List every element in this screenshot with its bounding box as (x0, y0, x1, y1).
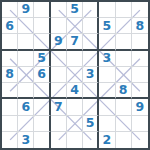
cell-r1c7[interactable] (99, 2, 115, 18)
cell-r8c3[interactable] (34, 116, 50, 132)
cell-r3c3[interactable] (34, 34, 50, 50)
cell-r8c1[interactable] (2, 116, 18, 132)
cell-r4c4[interactable] (51, 51, 67, 67)
cell-r7c9[interactable]: 9 (132, 99, 148, 115)
cell-r5c9[interactable] (132, 67, 148, 83)
cell-r1c9[interactable] (132, 2, 148, 18)
cell-r8c7[interactable] (99, 116, 115, 132)
cell-r2c6[interactable] (83, 18, 99, 34)
cell-r9c9[interactable] (132, 132, 148, 148)
cell-r2c8[interactable] (116, 18, 132, 34)
cell-r1c8[interactable] (116, 2, 132, 18)
cell-r2c4[interactable] (51, 18, 67, 34)
cell-r5c8[interactable] (116, 67, 132, 83)
cell-r6c6[interactable] (83, 83, 99, 99)
cell-r3c8[interactable] (116, 34, 132, 50)
cell-r5c7[interactable] (99, 67, 115, 83)
cell-r7c8[interactable] (116, 99, 132, 115)
cell-r7c3[interactable] (34, 99, 50, 115)
cell-r6c4[interactable] (51, 83, 67, 99)
cell-r9c6[interactable] (83, 132, 99, 148)
cell-r4c7[interactable]: 3 (99, 51, 115, 67)
cell-r1c6[interactable] (83, 2, 99, 18)
cell-r8c5[interactable] (67, 116, 83, 132)
cell-r1c1[interactable] (2, 2, 18, 18)
cell-r3c1[interactable] (2, 34, 18, 50)
cell-r9c5[interactable] (67, 132, 83, 148)
cell-r2c3[interactable] (34, 18, 50, 34)
cell-r7c7[interactable] (99, 99, 115, 115)
cell-r8c2[interactable] (18, 116, 34, 132)
cell-r4c1[interactable] (2, 51, 18, 67)
cell-r5c4[interactable] (51, 67, 67, 83)
cell-r5c1[interactable]: 8 (2, 67, 18, 83)
sudoku-board: 95658975386348679532 (0, 0, 150, 150)
cell-r9c1[interactable] (2, 132, 18, 148)
cell-r6c1[interactable] (2, 83, 18, 99)
cell-r3c6[interactable] (83, 34, 99, 50)
cell-r5c5[interactable] (67, 67, 83, 83)
cell-r7c6[interactable] (83, 99, 99, 115)
cell-r2c9[interactable]: 8 (132, 18, 148, 34)
cell-r4c2[interactable] (18, 51, 34, 67)
cell-r6c9[interactable] (132, 83, 148, 99)
cell-r3c5[interactable]: 7 (67, 34, 83, 50)
cell-r7c5[interactable] (67, 99, 83, 115)
cell-r2c5[interactable] (67, 18, 83, 34)
cell-r3c4[interactable]: 9 (51, 34, 67, 50)
cell-r8c9[interactable] (132, 116, 148, 132)
cell-r4c3[interactable]: 5 (34, 51, 50, 67)
cell-r1c4[interactable] (51, 2, 67, 18)
cell-r5c6[interactable]: 3 (83, 67, 99, 83)
cell-r7c4[interactable]: 7 (51, 99, 67, 115)
cell-r3c7[interactable] (99, 34, 115, 50)
cell-r4c8[interactable] (116, 51, 132, 67)
cell-r1c5[interactable]: 5 (67, 2, 83, 18)
cell-r1c2[interactable]: 9 (18, 2, 34, 18)
cell-r5c3[interactable]: 6 (34, 67, 50, 83)
cell-r5c2[interactable] (18, 67, 34, 83)
cell-r9c4[interactable] (51, 132, 67, 148)
cell-r6c5[interactable]: 4 (67, 83, 83, 99)
cell-r9c7[interactable]: 2 (99, 132, 115, 148)
cell-r2c7[interactable]: 5 (99, 18, 115, 34)
cell-r9c3[interactable] (34, 132, 50, 148)
cell-r4c9[interactable] (132, 51, 148, 67)
cell-r2c1[interactable]: 6 (2, 18, 18, 34)
cell-r6c7[interactable] (99, 83, 115, 99)
cell-r3c9[interactable] (132, 34, 148, 50)
cell-r6c3[interactable] (34, 83, 50, 99)
cell-r6c8[interactable]: 8 (116, 83, 132, 99)
cell-r9c2[interactable]: 3 (18, 132, 34, 148)
cell-r8c8[interactable] (116, 116, 132, 132)
cell-r7c1[interactable] (2, 99, 18, 115)
cell-r2c2[interactable] (18, 18, 34, 34)
cell-r6c2[interactable] (18, 83, 34, 99)
cell-r4c5[interactable] (67, 51, 83, 67)
cell-r3c2[interactable] (18, 34, 34, 50)
cell-r7c2[interactable]: 6 (18, 99, 34, 115)
cell-r9c8[interactable] (116, 132, 132, 148)
cell-r8c4[interactable] (51, 116, 67, 132)
cell-r1c3[interactable] (34, 2, 50, 18)
cell-r8c6[interactable]: 5 (83, 116, 99, 132)
cell-r4c6[interactable] (83, 51, 99, 67)
